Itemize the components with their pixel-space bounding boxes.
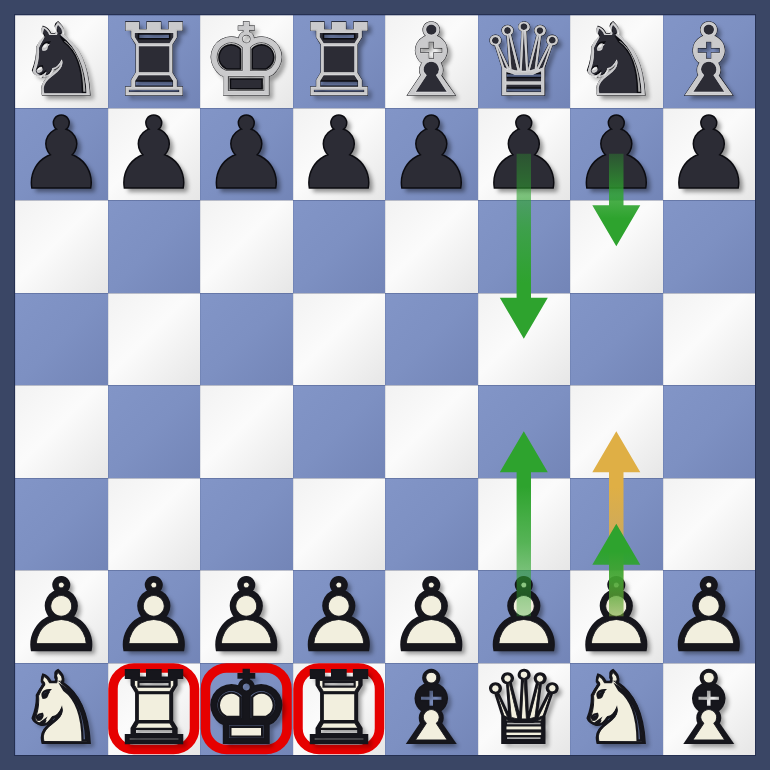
white-rook-d1[interactable]: ♜♖ xyxy=(293,663,386,756)
pieces-layer: ♞♘♜♖♚♔♜♖♝♗♛♕♞♘♝♗♟♟♟♟♟♟♟♟♟♙♟♙♟♙♟♙♟♙♟♙♟♙♟♙… xyxy=(15,15,755,755)
white-king-c1[interactable]: ♚♔ xyxy=(200,663,293,756)
black-queen-f8[interactable]: ♛♕ xyxy=(478,15,571,108)
piece-detail-overlay: ♖ xyxy=(293,663,386,756)
piece-detail-overlay: ♙ xyxy=(293,570,386,663)
white-pawn-c2[interactable]: ♟♙ xyxy=(200,570,293,663)
black-pawn-icon: ♟ xyxy=(478,108,571,201)
white-pawn-g2[interactable]: ♟♙ xyxy=(570,570,663,663)
piece-detail-overlay: ♘ xyxy=(15,15,108,108)
black-pawn-c7[interactable]: ♟ xyxy=(200,108,293,201)
black-pawn-b7[interactable]: ♟ xyxy=(108,108,201,201)
piece-detail-overlay: ♔ xyxy=(200,15,293,108)
piece-detail-overlay: ♙ xyxy=(478,570,571,663)
black-king-c8[interactable]: ♚♔ xyxy=(200,15,293,108)
black-pawn-e7[interactable]: ♟ xyxy=(385,108,478,201)
white-queen-f1[interactable]: ♛♕ xyxy=(478,663,571,756)
black-pawn-icon: ♟ xyxy=(108,108,201,201)
piece-detail-overlay: ♗ xyxy=(663,15,756,108)
black-pawn-g7[interactable]: ♟ xyxy=(570,108,663,201)
white-rook-b1[interactable]: ♜♖ xyxy=(108,663,201,756)
piece-detail-overlay: ♙ xyxy=(663,570,756,663)
piece-detail-overlay: ♗ xyxy=(663,663,756,756)
piece-detail-overlay: ♗ xyxy=(385,663,478,756)
piece-detail-overlay: ♔ xyxy=(200,663,293,756)
white-pawn-h2[interactable]: ♟♙ xyxy=(663,570,756,663)
black-pawn-d7[interactable]: ♟ xyxy=(293,108,386,201)
black-pawn-icon: ♟ xyxy=(663,108,756,201)
white-pawn-e2[interactable]: ♟♙ xyxy=(385,570,478,663)
white-pawn-f2[interactable]: ♟♙ xyxy=(478,570,571,663)
piece-detail-overlay: ♕ xyxy=(478,15,571,108)
piece-detail-overlay: ♘ xyxy=(570,663,663,756)
white-knight-a1[interactable]: ♞♘ xyxy=(15,663,108,756)
piece-detail-overlay: ♖ xyxy=(108,663,201,756)
black-pawn-icon: ♟ xyxy=(15,108,108,201)
white-bishop-e1[interactable]: ♝♗ xyxy=(385,663,478,756)
black-knight-g8[interactable]: ♞♘ xyxy=(570,15,663,108)
piece-detail-overlay: ♙ xyxy=(15,570,108,663)
white-pawn-a2[interactable]: ♟♙ xyxy=(15,570,108,663)
white-knight-g1[interactable]: ♞♘ xyxy=(570,663,663,756)
chess-board-screenshot: ♞♘♜♖♚♔♜♖♝♗♛♕♞♘♝♗♟♟♟♟♟♟♟♟♟♙♟♙♟♙♟♙♟♙♟♙♟♙♟♙… xyxy=(0,0,770,770)
piece-detail-overlay: ♙ xyxy=(385,570,478,663)
black-pawn-a7[interactable]: ♟ xyxy=(15,108,108,201)
white-pawn-d2[interactable]: ♟♙ xyxy=(293,570,386,663)
black-bishop-h8[interactable]: ♝♗ xyxy=(663,15,756,108)
piece-detail-overlay: ♘ xyxy=(570,15,663,108)
black-bishop-e8[interactable]: ♝♗ xyxy=(385,15,478,108)
black-rook-d8[interactable]: ♜♖ xyxy=(293,15,386,108)
white-pawn-b2[interactable]: ♟♙ xyxy=(108,570,201,663)
piece-detail-overlay: ♗ xyxy=(385,15,478,108)
piece-detail-overlay: ♙ xyxy=(200,570,293,663)
black-pawn-icon: ♟ xyxy=(385,108,478,201)
black-pawn-h7[interactable]: ♟ xyxy=(663,108,756,201)
piece-detail-overlay: ♖ xyxy=(108,15,201,108)
piece-detail-overlay: ♕ xyxy=(478,663,571,756)
black-pawn-icon: ♟ xyxy=(200,108,293,201)
white-bishop-h1[interactable]: ♝♗ xyxy=(663,663,756,756)
chess-board: ♞♘♜♖♚♔♜♖♝♗♛♕♞♘♝♗♟♟♟♟♟♟♟♟♟♙♟♙♟♙♟♙♟♙♟♙♟♙♟♙… xyxy=(15,15,755,755)
piece-detail-overlay: ♙ xyxy=(108,570,201,663)
black-pawn-f7[interactable]: ♟ xyxy=(478,108,571,201)
black-pawn-icon: ♟ xyxy=(570,108,663,201)
piece-detail-overlay: ♙ xyxy=(570,570,663,663)
piece-detail-overlay: ♖ xyxy=(293,15,386,108)
black-knight-a8[interactable]: ♞♘ xyxy=(15,15,108,108)
black-pawn-icon: ♟ xyxy=(293,108,386,201)
piece-detail-overlay: ♘ xyxy=(15,663,108,756)
black-rook-b8[interactable]: ♜♖ xyxy=(108,15,201,108)
